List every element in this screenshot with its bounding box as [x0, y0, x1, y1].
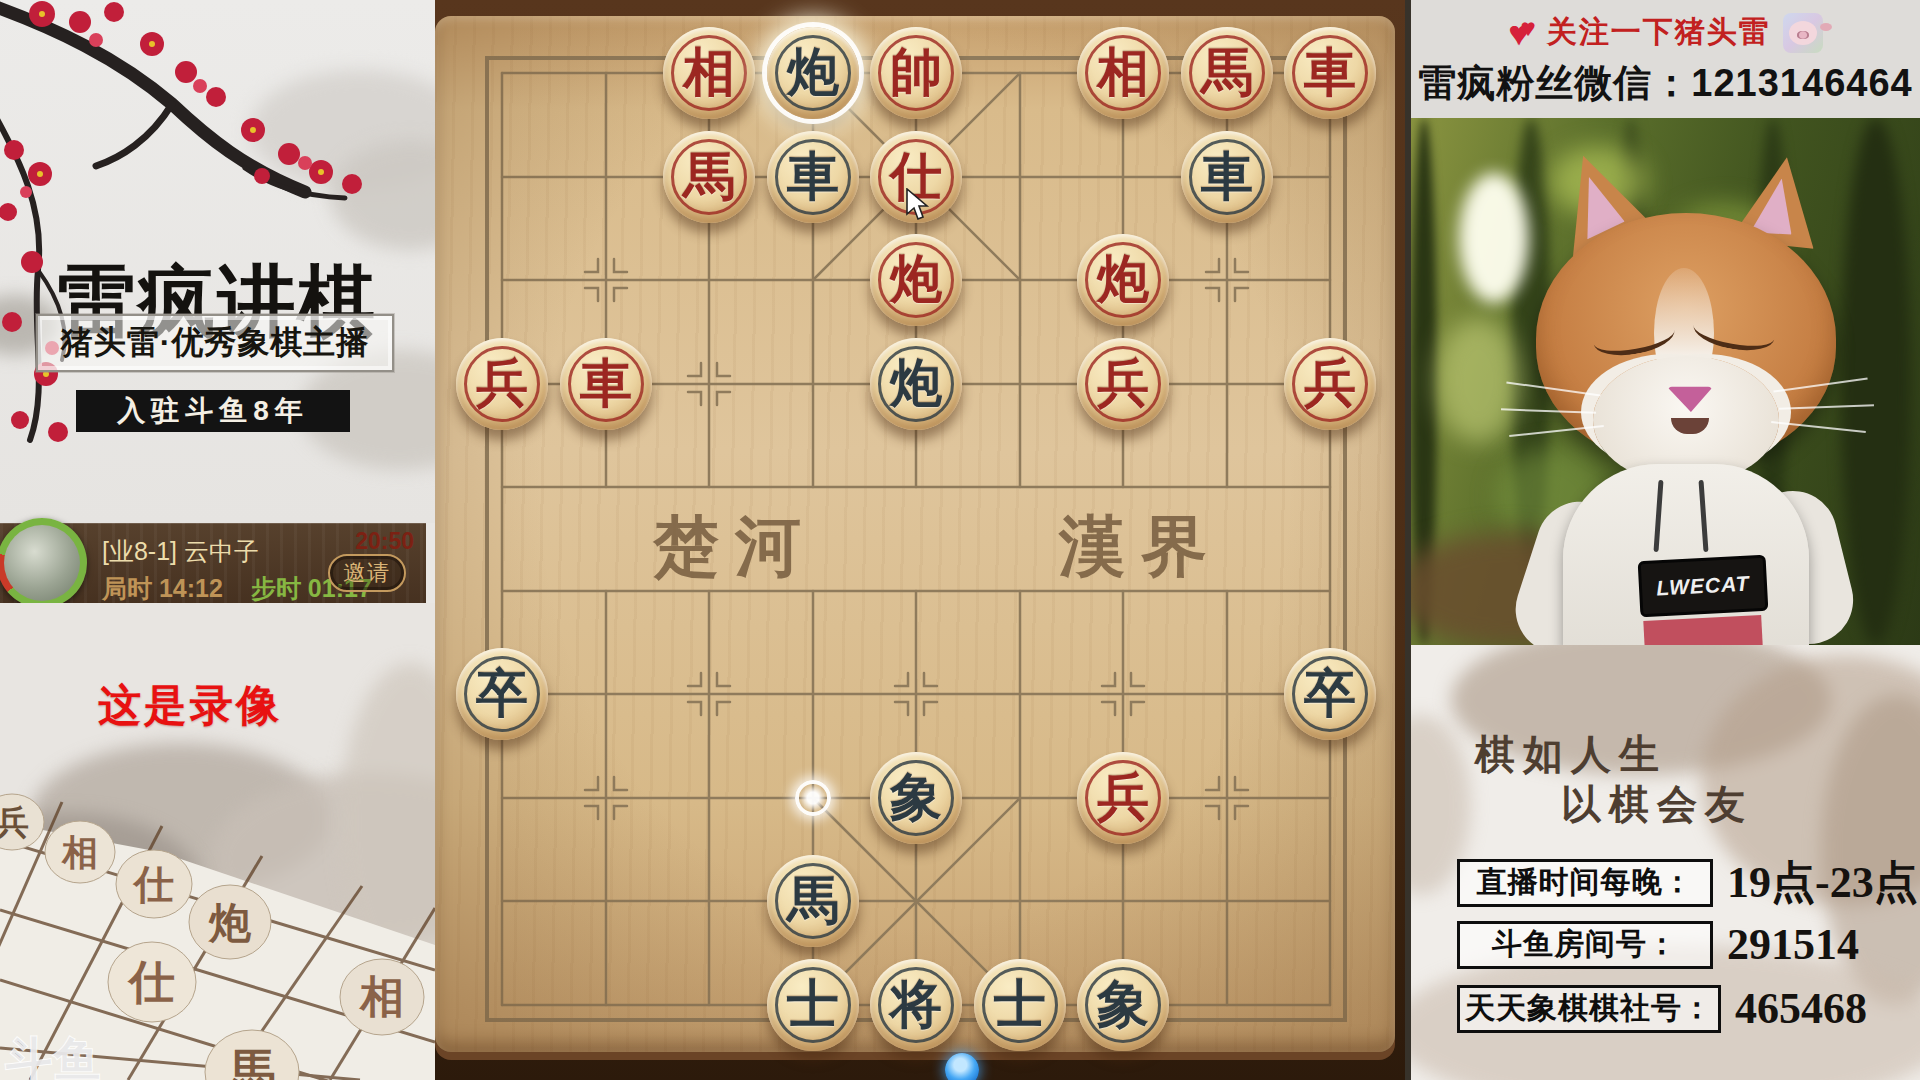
piece-black-卒[interactable]: 卒 [1284, 648, 1376, 740]
bottom-blue-dot[interactable] [945, 1053, 979, 1080]
follow-row: ♥♥ 关注一下猪头雷 [1411, 12, 1920, 53]
piece-black-将[interactable]: 将 [870, 959, 962, 1051]
right-stream-panel: ♥♥ 关注一下猪头雷 雷疯粉丝微信：1213146464 [1405, 0, 1920, 1080]
piece-black-車[interactable]: 車 [1181, 131, 1273, 223]
hoodie-label: LWECAT [1638, 555, 1769, 618]
piece-black-馬[interactable]: 馬 [767, 855, 859, 947]
info-row-club-number: 天天象棋棋社号： 465468 [1457, 983, 1867, 1034]
poster-subtitle: 猪头雷·优秀象棋主播 [61, 321, 370, 365]
piece-black-炮[interactable]: 炮 [767, 27, 859, 119]
left-poster-panel: 雷疯讲棋 猪头雷·优秀象棋主播 入驻斗鱼8年 [业8-1] 云中子 局时 14:… [0, 0, 435, 1080]
piece-red-炮[interactable]: 炮 [870, 234, 962, 326]
info-value-club-number: 465468 [1735, 983, 1867, 1034]
replay-clock: 20:50 [355, 528, 414, 555]
wechat-line: 雷疯粉丝微信：1213146464 [1411, 58, 1920, 109]
pig-emoji-icon [1783, 13, 1823, 53]
piece-red-兵[interactable]: 兵 [1077, 752, 1169, 844]
slogan-line-1: 棋如人生 [1475, 727, 1667, 782]
foliage-glow [1436, 318, 1521, 443]
piece-black-士[interactable]: 士 [767, 959, 859, 1051]
sunlight-glow [1459, 173, 1529, 303]
slogan-line-2: 以棋会友 [1561, 777, 1753, 832]
svg-text:仕: 仕 [132, 862, 174, 907]
info-label-live-time: 直播时间每晚： [1457, 859, 1713, 907]
info-row-live-time: 直播时间每晚： 19点-23点 [1457, 853, 1918, 912]
piece-red-車[interactable]: 車 [560, 338, 652, 430]
svg-text:兵: 兵 [0, 804, 29, 841]
game-time: 局时 14:12 [102, 574, 223, 602]
piece-black-炮[interactable]: 炮 [870, 338, 962, 430]
info-row-douyu-room: 斗鱼房间号： 291514 [1457, 919, 1859, 970]
poster-banner: 入驻斗鱼8年 [76, 390, 350, 432]
stream-info-section: 棋如人生 以棋会友 直播时间每晚： 19点-23点 斗鱼房间号： 291514 … [1411, 645, 1920, 1080]
xiangqi-board-panel: 楚河 漢界 相炮帥相馬車馬車仕車炮炮兵車炮兵兵卒卒象兵馬士将士象 [435, 0, 1405, 1080]
piece-black-士[interactable]: 士 [974, 959, 1066, 1051]
info-value-live-time: 19点-23点 [1727, 853, 1918, 912]
last-move-origin-marker [795, 780, 831, 816]
piece-red-炮[interactable]: 炮 [1077, 234, 1169, 326]
piece-red-兵[interactable]: 兵 [1284, 338, 1376, 430]
follow-text: 关注一下猪头雷 [1547, 12, 1771, 53]
svg-text:相: 相 [61, 833, 98, 873]
mouse-cursor [905, 188, 933, 222]
piece-red-馬[interactable]: 馬 [1181, 27, 1273, 119]
overlay-caption: 这是录像 [98, 677, 282, 735]
follow-header: ♥♥ 关注一下猪头雷 雷疯粉丝微信：1213146464 [1411, 0, 1920, 118]
piece-black-象[interactable]: 象 [1077, 959, 1169, 1051]
info-label-douyu-room: 斗鱼房间号： [1457, 921, 1713, 969]
poster-subtitle-box: 猪头雷·优秀象棋主播 [36, 314, 394, 372]
douyu-watermark: 斗鱼 [6, 1029, 102, 1080]
invite-button[interactable]: 邀请 [328, 554, 406, 592]
svg-text:相: 相 [358, 973, 404, 1022]
svg-text:仕: 仕 [127, 957, 175, 1008]
piece-black-象[interactable]: 象 [870, 752, 962, 844]
piece-red-馬[interactable]: 馬 [663, 131, 755, 223]
piece-red-車[interactable]: 車 [1284, 27, 1376, 119]
player-info-bar: [业8-1] 云中子 局时 14:12步时 01:17 20:50 邀请 [0, 523, 426, 603]
two-hearts-icon: ♥♥ [1508, 16, 1534, 50]
player-name: [业8-1] 云中子 [102, 535, 259, 568]
hoodie-red-patch [1643, 615, 1762, 645]
info-label-club-number: 天天象棋棋社号： [1457, 985, 1721, 1033]
piece-red-帥[interactable]: 帥 [870, 27, 962, 119]
poster-bottom-art: 这是录像 兵 相 仕 炮 仕 相 馬 斗鱼 [0, 603, 435, 1080]
piece-black-車[interactable]: 車 [767, 131, 859, 223]
svg-text:炮: 炮 [207, 900, 252, 946]
player-avatar[interactable] [0, 518, 87, 608]
screenshot-root: 雷疯讲棋 猪头雷·优秀象棋主播 入驻斗鱼8年 [业8-1] 云中子 局时 14:… [0, 0, 1920, 1080]
piece-black-卒[interactable]: 卒 [456, 648, 548, 740]
poster-top: 雷疯讲棋 猪头雷·优秀象棋主播 入驻斗鱼8年 [0, 0, 435, 523]
cat-avatar-scene: LWECAT [1411, 118, 1920, 645]
piece-red-相[interactable]: 相 [1077, 27, 1169, 119]
svg-text:馬: 馬 [226, 1045, 276, 1080]
pieces-layer: 相炮帥相馬車馬車仕車炮炮兵車炮兵兵卒卒象兵馬士将士象 [435, 0, 1405, 1080]
info-value-douyu-room: 291514 [1727, 919, 1859, 970]
piece-red-相[interactable]: 相 [663, 27, 755, 119]
piece-red-兵[interactable]: 兵 [1077, 338, 1169, 430]
piece-red-兵[interactable]: 兵 [456, 338, 548, 430]
